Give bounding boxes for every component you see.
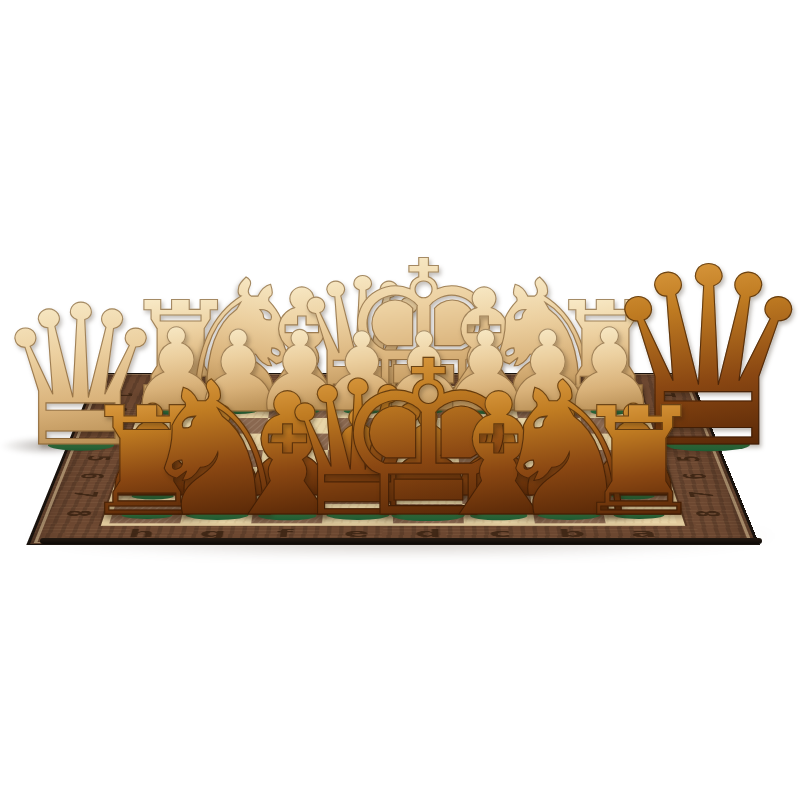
square-h7 [116,485,190,504]
square-b5 [523,450,592,467]
square-h6 [122,467,194,485]
square-f7 [254,485,325,504]
square-c2 [454,403,518,418]
file-label-far-d: d [393,376,453,387]
square-e7 [324,485,393,504]
square-f5 [260,450,328,467]
square-a6 [592,467,664,485]
rank-label-4: 4 [69,435,138,448]
square-b4 [520,434,588,450]
square-h5 [127,450,198,467]
square-h1 [148,388,213,403]
square-e3 [329,418,393,434]
board-front-edge [40,538,762,544]
rank-label-6: 6 [659,469,731,483]
square-d3 [393,418,457,434]
square-a5 [588,450,659,467]
offboard-right-marker [673,435,744,452]
file-label-far-b: b [511,376,573,387]
square-b1 [513,388,577,403]
square-c5 [458,450,526,467]
rank-label-5: 5 [653,452,723,465]
square-c1 [453,388,515,403]
square-c4 [457,434,523,450]
square-b7 [529,485,601,504]
square-f4 [263,434,329,450]
square-g7 [185,485,257,504]
file-labels-back: hgfedcba [154,376,633,387]
square-d8 [393,504,464,524]
squares-grid [109,388,677,524]
square-e5 [327,450,393,467]
rank-label-6: 6 [55,469,127,483]
square-a3 [580,418,648,434]
square-g4 [198,434,266,450]
rank-label-4: 4 [648,435,717,448]
square-g6 [189,467,260,485]
square-h3 [138,418,206,434]
square-d2 [393,403,455,418]
rank-label-3: 3 [76,419,143,431]
square-h8 [109,504,185,524]
rank-label-2: 2 [638,404,704,416]
square-h4 [133,434,202,450]
square-c6 [459,467,528,485]
square-e6 [325,467,393,485]
square-c7 [461,485,532,504]
chessboard: hgfedcba hgfedcba 12345678 12345678 [26,373,759,545]
square-f2 [268,403,332,418]
square-a7 [597,485,671,504]
square-b8 [532,504,606,524]
square-a4 [584,434,653,450]
file-label-far-c: c [452,376,513,387]
square-a2 [576,403,642,418]
square-c8 [462,504,535,524]
file-label-far-g: g [213,376,275,387]
square-g1 [210,388,274,403]
square-a8 [601,504,677,524]
file-label-far-a: a [570,376,632,387]
square-f6 [257,467,326,485]
square-e8 [322,504,393,524]
square-g8 [180,504,254,524]
square-g3 [202,418,268,434]
square-d5 [393,450,459,467]
square-d7 [393,485,462,504]
square-b3 [518,418,584,434]
square-h2 [143,403,209,418]
square-b6 [526,467,597,485]
square-d1 [393,388,454,403]
square-b2 [515,403,580,418]
rank-label-3: 3 [643,419,710,431]
rank-label-1: 1 [88,390,153,401]
rank-label-1: 1 [633,390,698,401]
file-label-far-e: e [333,376,393,387]
rank-label-7: 7 [665,487,739,501]
file-label-far-f: f [273,376,334,387]
rank-label-5: 5 [62,452,132,465]
square-d6 [393,467,461,485]
rank-label-8: 8 [40,506,116,521]
offboard-left-marker [45,435,116,452]
rank-label-2: 2 [82,404,148,416]
square-f1 [271,388,333,403]
rank-label-7: 7 [48,487,122,501]
square-d4 [393,434,458,450]
chess-set-photo: hgfedcba hgfedcba 12345678 12345678 ♜♞♝♛… [0,0,800,800]
square-e1 [332,388,393,403]
square-e4 [328,434,393,450]
square-e2 [331,403,393,418]
square-c3 [455,418,520,434]
file-label-far-h: h [154,376,216,387]
square-g2 [206,403,271,418]
square-a1 [573,388,638,403]
square-f8 [251,504,324,524]
rank-label-8: 8 [671,506,747,521]
square-g5 [194,450,263,467]
square-f3 [266,418,331,434]
